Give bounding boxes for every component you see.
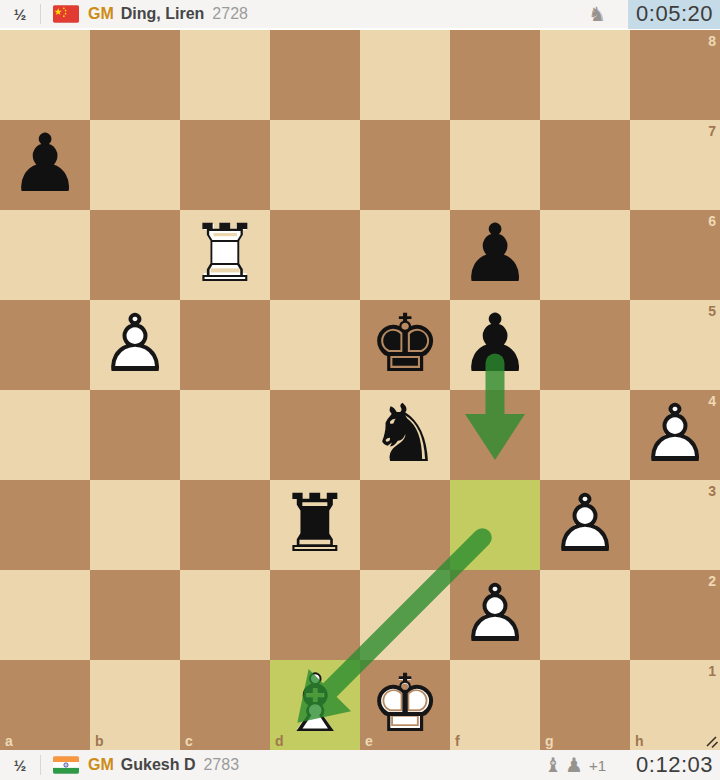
square-e8[interactable]: [360, 30, 450, 120]
square-g3[interactable]: ♟♙: [540, 480, 630, 570]
square-f4[interactable]: [450, 390, 540, 480]
square-g5[interactable]: [540, 300, 630, 390]
square-b8[interactable]: [90, 30, 180, 120]
rank-label-3: 3: [708, 484, 716, 498]
board-grid: 8♟7♜♖♟6♟♙♚♟5♞4♟♙♜♟♙3♟♙2abcd♝♗e♚♔fg1h: [0, 30, 720, 750]
square-c6[interactable]: ♜♖: [180, 210, 270, 300]
square-d3[interactable]: ♜: [270, 480, 360, 570]
square-c8[interactable]: [180, 30, 270, 120]
square-b1[interactable]: b: [90, 660, 180, 750]
square-f6[interactable]: ♟: [450, 210, 540, 300]
square-f8[interactable]: [450, 30, 540, 120]
piece-black-pawn[interactable]: ♟: [0, 120, 90, 210]
bottom-player-title: GM: [88, 756, 114, 774]
file-label-b: b: [95, 734, 104, 748]
square-g4[interactable]: [540, 390, 630, 480]
square-g1[interactable]: g: [540, 660, 630, 750]
top-player-rating: 2728: [212, 5, 248, 23]
piece-white-bishop[interactable]: ♝♗: [270, 660, 360, 750]
square-e6[interactable]: [360, 210, 450, 300]
piece-black-pawn[interactable]: ♟: [450, 300, 540, 390]
square-c4[interactable]: [180, 390, 270, 480]
rank-label-5: 5: [708, 304, 716, 318]
rank-label-8: 8: [708, 34, 716, 48]
file-label-g: g: [545, 734, 554, 748]
top-player-clock: 0:05:20: [628, 0, 720, 29]
square-g2[interactable]: [540, 570, 630, 660]
piece-white-king[interactable]: ♚♔: [360, 660, 450, 750]
bottom-player-rating: 2783: [203, 756, 239, 774]
material-pawn-icon: ♟: [565, 755, 583, 775]
square-b3[interactable]: [90, 480, 180, 570]
bottom-player-clock: 0:12:03: [628, 750, 720, 780]
square-f3[interactable]: [450, 480, 540, 570]
square-h8[interactable]: 8: [630, 30, 720, 120]
square-a7[interactable]: ♟: [0, 120, 90, 210]
square-b7[interactable]: [90, 120, 180, 210]
material-bishop-icon: ♝: [544, 755, 562, 775]
bottom-game-score: ½: [0, 757, 40, 774]
top-player-bar: ½ GM Ding, Liren 2728 ♞ 0:05:20: [0, 0, 720, 30]
square-b6[interactable]: [90, 210, 180, 300]
square-e2[interactable]: [360, 570, 450, 660]
bar-divider: [40, 4, 41, 24]
piece-white-pawn[interactable]: ♟♙: [630, 390, 720, 480]
square-g8[interactable]: [540, 30, 630, 120]
square-e4[interactable]: ♞: [360, 390, 450, 480]
file-label-c: c: [185, 734, 193, 748]
square-d7[interactable]: [270, 120, 360, 210]
piece-white-pawn[interactable]: ♟♙: [450, 570, 540, 660]
square-c7[interactable]: [180, 120, 270, 210]
china-flag-icon: [53, 5, 79, 23]
piece-white-pawn[interactable]: ♟♙: [90, 300, 180, 390]
file-label-f: f: [455, 734, 460, 748]
chess-board[interactable]: 8♟7♜♖♟6♟♙♚♟5♞4♟♙♜♟♙3♟♙2abcd♝♗e♚♔fg1h: [0, 30, 720, 750]
square-f7[interactable]: [450, 120, 540, 210]
material-knight-icon: ♞: [588, 4, 606, 24]
piece-black-king[interactable]: ♚: [360, 300, 450, 390]
square-a2[interactable]: [0, 570, 90, 660]
piece-black-rook[interactable]: ♜: [270, 480, 360, 570]
square-f2[interactable]: ♟♙: [450, 570, 540, 660]
file-label-h: h: [635, 734, 644, 748]
square-b4[interactable]: [90, 390, 180, 480]
square-a5[interactable]: [0, 300, 90, 390]
square-a8[interactable]: [0, 30, 90, 120]
rank-label-2: 2: [708, 574, 716, 588]
top-player-name[interactable]: Ding, Liren: [121, 5, 205, 23]
square-e1[interactable]: e♚♔: [360, 660, 450, 750]
square-f5[interactable]: ♟: [450, 300, 540, 390]
square-h5[interactable]: 5: [630, 300, 720, 390]
square-d4[interactable]: [270, 390, 360, 480]
square-h7[interactable]: 7: [630, 120, 720, 210]
top-player-title: GM: [88, 5, 114, 23]
square-a4[interactable]: [0, 390, 90, 480]
square-d1[interactable]: d♝♗: [270, 660, 360, 750]
square-b2[interactable]: [90, 570, 180, 660]
rank-label-6: 6: [708, 214, 716, 228]
india-flag-icon: [53, 756, 79, 774]
square-h2[interactable]: 2: [630, 570, 720, 660]
square-c2[interactable]: [180, 570, 270, 660]
file-label-a: a: [5, 734, 13, 748]
square-h3[interactable]: 3: [630, 480, 720, 570]
square-d2[interactable]: [270, 570, 360, 660]
square-d6[interactable]: [270, 210, 360, 300]
square-h4[interactable]: 4♟♙: [630, 390, 720, 480]
square-e3[interactable]: [360, 480, 450, 570]
bottom-player-name[interactable]: Gukesh D: [121, 756, 196, 774]
rank-label-7: 7: [708, 124, 716, 138]
square-a6[interactable]: [0, 210, 90, 300]
piece-white-rook[interactable]: ♜♖: [180, 210, 270, 300]
square-h6[interactable]: 6: [630, 210, 720, 300]
piece-black-pawn[interactable]: ♟: [450, 210, 540, 300]
square-a1[interactable]: a: [0, 660, 90, 750]
bottom-player-bar: ½ GM Gukesh D 2783 ♝♟+1 0:12:03: [0, 750, 720, 780]
square-c5[interactable]: [180, 300, 270, 390]
square-g6[interactable]: [540, 210, 630, 300]
bar-divider: [40, 755, 41, 775]
square-a3[interactable]: [0, 480, 90, 570]
square-g7[interactable]: [540, 120, 630, 210]
rank-label-1: 1: [708, 664, 716, 678]
square-e5[interactable]: ♚: [360, 300, 450, 390]
top-game-score: ½: [0, 6, 40, 23]
top-material: ♞: [588, 4, 606, 24]
square-d8[interactable]: [270, 30, 360, 120]
square-d5[interactable]: [270, 300, 360, 390]
board-resize-handle[interactable]: [704, 734, 719, 749]
bottom-material: ♝♟+1: [544, 755, 606, 775]
square-b5[interactable]: ♟♙: [90, 300, 180, 390]
square-c1[interactable]: c: [180, 660, 270, 750]
square-f1[interactable]: f: [450, 660, 540, 750]
piece-white-pawn[interactable]: ♟♙: [540, 480, 630, 570]
square-e7[interactable]: [360, 120, 450, 210]
piece-black-knight[interactable]: ♞: [360, 390, 450, 480]
bottom-material-score: +1: [589, 757, 606, 774]
square-c3[interactable]: [180, 480, 270, 570]
